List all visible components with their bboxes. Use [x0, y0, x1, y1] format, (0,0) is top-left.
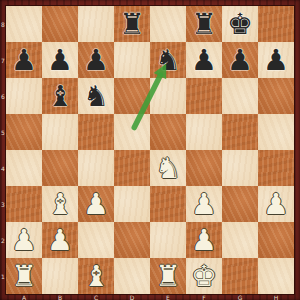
- square-a7[interactable]: ♟: [6, 42, 42, 78]
- white-knight[interactable]: ♞: [155, 154, 181, 183]
- rank-label-8: 8: [0, 6, 6, 42]
- square-f4[interactable]: [186, 150, 222, 186]
- black-bishop[interactable]: ♝: [47, 82, 73, 111]
- square-f2[interactable]: ♟: [186, 222, 222, 258]
- square-g8[interactable]: ♚: [222, 6, 258, 42]
- square-b4[interactable]: [42, 150, 78, 186]
- white-rook[interactable]: ♜: [155, 262, 181, 291]
- square-h2[interactable]: [258, 222, 294, 258]
- white-rook[interactable]: ♜: [11, 262, 37, 291]
- square-a6[interactable]: [6, 78, 42, 114]
- square-h6[interactable]: [258, 78, 294, 114]
- square-c8[interactable]: [78, 6, 114, 42]
- white-pawn[interactable]: ♟: [47, 226, 73, 255]
- square-c4[interactable]: [78, 150, 114, 186]
- square-h8[interactable]: [258, 6, 294, 42]
- square-g5[interactable]: [222, 114, 258, 150]
- square-e4[interactable]: ♞: [150, 150, 186, 186]
- file-label-f: F: [186, 294, 222, 300]
- square-b8[interactable]: [42, 6, 78, 42]
- rank-label-6: 6: [0, 78, 6, 114]
- black-king[interactable]: ♚: [227, 10, 253, 39]
- square-d5[interactable]: [114, 114, 150, 150]
- square-e2[interactable]: [150, 222, 186, 258]
- square-d6[interactable]: [114, 78, 150, 114]
- square-b7[interactable]: ♟: [42, 42, 78, 78]
- square-h7[interactable]: ♟: [258, 42, 294, 78]
- square-g7[interactable]: ♟: [222, 42, 258, 78]
- square-e6[interactable]: [150, 78, 186, 114]
- square-c2[interactable]: [78, 222, 114, 258]
- square-g6[interactable]: [222, 78, 258, 114]
- black-pawn[interactable]: ♟: [263, 46, 289, 75]
- square-f5[interactable]: [186, 114, 222, 150]
- square-d8[interactable]: ♜: [114, 6, 150, 42]
- file-label-d: D: [114, 294, 150, 300]
- square-c5[interactable]: [78, 114, 114, 150]
- chess-diagram: ♜♜♚♟♟♟♞♟♟♟♝♞♞♝♟♟♟♟♟♟♜♝♜♚ 87654321 ABCDEF…: [0, 0, 300, 300]
- black-pawn[interactable]: ♟: [227, 46, 253, 75]
- square-h3[interactable]: ♟: [258, 186, 294, 222]
- square-a2[interactable]: ♟: [6, 222, 42, 258]
- square-d4[interactable]: [114, 150, 150, 186]
- white-bishop[interactable]: ♝: [83, 262, 109, 291]
- black-knight[interactable]: ♞: [155, 46, 181, 75]
- square-g2[interactable]: [222, 222, 258, 258]
- black-rook[interactable]: ♜: [119, 10, 145, 39]
- square-g4[interactable]: [222, 150, 258, 186]
- square-f7[interactable]: ♟: [186, 42, 222, 78]
- square-d3[interactable]: [114, 186, 150, 222]
- black-pawn[interactable]: ♟: [11, 46, 37, 75]
- rank-label-5: 5: [0, 114, 6, 150]
- square-f8[interactable]: ♜: [186, 6, 222, 42]
- square-c1[interactable]: ♝: [78, 258, 114, 294]
- black-rook[interactable]: ♜: [191, 10, 217, 39]
- chess-board: ♜♜♚♟♟♟♞♟♟♟♝♞♞♝♟♟♟♟♟♟♜♝♜♚: [6, 6, 294, 294]
- rank-label-3: 3: [0, 186, 6, 222]
- black-pawn[interactable]: ♟: [47, 46, 73, 75]
- file-label-e: E: [150, 294, 186, 300]
- square-d1[interactable]: [114, 258, 150, 294]
- square-b3[interactable]: ♝: [42, 186, 78, 222]
- square-a8[interactable]: [6, 6, 42, 42]
- square-d7[interactable]: [114, 42, 150, 78]
- rank-label-4: 4: [0, 150, 6, 186]
- square-d2[interactable]: [114, 222, 150, 258]
- square-c3[interactable]: ♟: [78, 186, 114, 222]
- square-b5[interactable]: [42, 114, 78, 150]
- square-a5[interactable]: [6, 114, 42, 150]
- file-label-h: H: [258, 294, 294, 300]
- square-g1[interactable]: [222, 258, 258, 294]
- file-label-g: G: [222, 294, 258, 300]
- rank-label-1: 1: [0, 258, 6, 294]
- white-king[interactable]: ♚: [191, 262, 217, 291]
- black-pawn[interactable]: ♟: [83, 46, 109, 75]
- white-pawn[interactable]: ♟: [11, 226, 37, 255]
- rank-label-7: 7: [0, 42, 6, 78]
- file-label-b: B: [42, 294, 78, 300]
- square-e3[interactable]: [150, 186, 186, 222]
- file-label-a: A: [6, 294, 42, 300]
- square-a3[interactable]: [6, 186, 42, 222]
- square-c6[interactable]: ♞: [78, 78, 114, 114]
- square-c7[interactable]: ♟: [78, 42, 114, 78]
- square-b6[interactable]: ♝: [42, 78, 78, 114]
- white-pawn[interactable]: ♟: [83, 190, 109, 219]
- square-e7[interactable]: ♞: [150, 42, 186, 78]
- square-b2[interactable]: ♟: [42, 222, 78, 258]
- white-pawn[interactable]: ♟: [263, 190, 289, 219]
- black-pawn[interactable]: ♟: [191, 46, 217, 75]
- square-a1[interactable]: ♜: [6, 258, 42, 294]
- rank-label-2: 2: [0, 222, 6, 258]
- square-e8[interactable]: [150, 6, 186, 42]
- square-f1[interactable]: ♚: [186, 258, 222, 294]
- square-h1[interactable]: [258, 258, 294, 294]
- square-h4[interactable]: [258, 150, 294, 186]
- square-a4[interactable]: [6, 150, 42, 186]
- white-bishop[interactable]: ♝: [47, 190, 73, 219]
- black-knight[interactable]: ♞: [83, 82, 109, 111]
- square-h5[interactable]: [258, 114, 294, 150]
- square-f6[interactable]: [186, 78, 222, 114]
- square-f3[interactable]: ♟: [186, 186, 222, 222]
- square-e1[interactable]: ♜: [150, 258, 186, 294]
- white-pawn[interactable]: ♟: [191, 190, 217, 219]
- file-label-c: C: [78, 294, 114, 300]
- square-b1[interactable]: [42, 258, 78, 294]
- white-pawn[interactable]: ♟: [191, 226, 217, 255]
- square-e5[interactable]: [150, 114, 186, 150]
- square-g3[interactable]: [222, 186, 258, 222]
